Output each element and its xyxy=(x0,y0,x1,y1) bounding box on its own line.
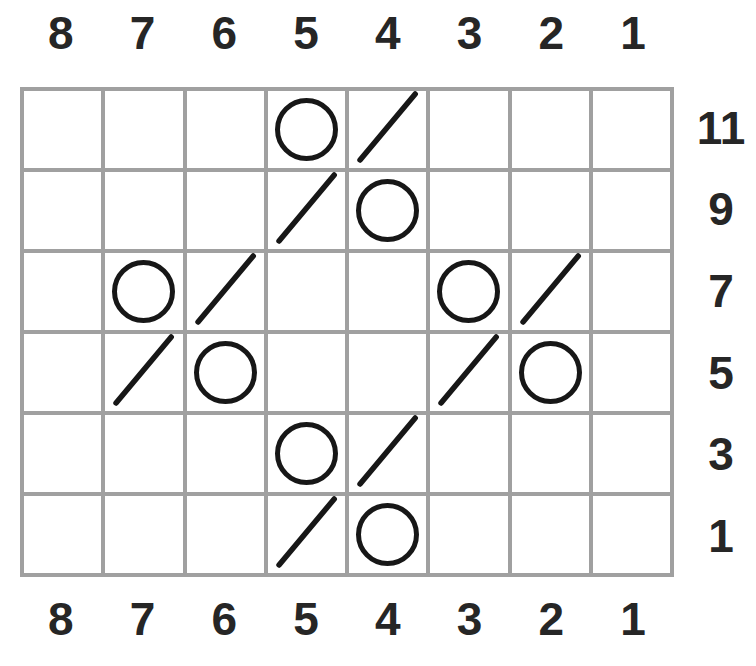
cell-r9-c7 xyxy=(105,172,182,249)
top-label-col4: 4 xyxy=(347,2,429,64)
cell-r9-c4 xyxy=(349,172,426,249)
yarn-over-symbol xyxy=(437,260,500,323)
cell-r5-c3 xyxy=(430,334,507,411)
k2tog-decrease-symbol xyxy=(349,91,426,168)
cell-r3-c2 xyxy=(512,415,589,492)
cell-r7-c7 xyxy=(105,253,182,330)
row-label-9: 9 xyxy=(690,169,752,251)
row-label-5: 5 xyxy=(690,332,752,414)
row-label-11: 11 xyxy=(690,87,752,169)
cell-r7-c3 xyxy=(430,253,507,330)
k2tog-decrease-symbol xyxy=(349,415,426,492)
cell-r11-c2 xyxy=(512,91,589,168)
cell-r3-c1 xyxy=(593,415,670,492)
chart-board xyxy=(20,87,674,577)
cell-r1-c2 xyxy=(512,496,589,573)
row-label-7: 7 xyxy=(690,250,752,332)
cell-r1-c8 xyxy=(24,496,101,573)
column-labels-bottom: 8 7 6 5 4 3 2 1 xyxy=(20,584,674,654)
cell-r11-c1 xyxy=(593,91,670,168)
cell-r9-c1 xyxy=(593,172,670,249)
top-label-col3: 3 xyxy=(429,2,511,64)
yarn-over-symbol xyxy=(519,341,582,404)
cell-r1-c1 xyxy=(593,496,670,573)
cell-r11-c5 xyxy=(268,91,345,168)
cell-r9-c3 xyxy=(430,172,507,249)
knitting-chart-page: 8 7 6 5 4 3 2 1 11 9 7 5 3 1 8 7 6 5 4 3… xyxy=(0,0,756,666)
cell-r11-c6 xyxy=(187,91,264,168)
cell-r5-c5 xyxy=(268,334,345,411)
yarn-over-symbol xyxy=(275,422,338,485)
cell-r9-c6 xyxy=(187,172,264,249)
cell-r7-c6 xyxy=(187,253,264,330)
top-label-col1: 1 xyxy=(592,2,674,64)
cell-r7-c1 xyxy=(593,253,670,330)
cell-r7-c2 xyxy=(512,253,589,330)
cell-r5-c6 xyxy=(187,334,264,411)
cell-r11-c3 xyxy=(430,91,507,168)
top-label-col6: 6 xyxy=(184,2,266,64)
yarn-over-symbol xyxy=(275,98,338,161)
yarn-over-symbol xyxy=(112,260,175,323)
cell-r9-c8 xyxy=(24,172,101,249)
cell-r3-c6 xyxy=(187,415,264,492)
cell-r1-c4 xyxy=(349,496,426,573)
cell-r3-c3 xyxy=(430,415,507,492)
k2tog-decrease-symbol xyxy=(512,253,589,330)
cell-r3-c5 xyxy=(268,415,345,492)
cell-r5-c1 xyxy=(593,334,670,411)
cell-r9-c5 xyxy=(268,172,345,249)
bottom-label-col5: 5 xyxy=(265,584,347,654)
cell-r5-c8 xyxy=(24,334,101,411)
cell-r5-c4 xyxy=(349,334,426,411)
cell-r1-c5 xyxy=(268,496,345,573)
cell-r3-c7 xyxy=(105,415,182,492)
cell-r1-c7 xyxy=(105,496,182,573)
cell-r5-c7 xyxy=(105,334,182,411)
yarn-over-symbol xyxy=(194,341,257,404)
bottom-label-col7: 7 xyxy=(102,584,184,654)
top-label-col2: 2 xyxy=(511,2,593,64)
cell-r3-c8 xyxy=(24,415,101,492)
top-label-col5: 5 xyxy=(265,2,347,64)
column-labels-top: 8 7 6 5 4 3 2 1 xyxy=(20,2,674,64)
cell-r5-c2 xyxy=(512,334,589,411)
row-label-1: 1 xyxy=(690,495,752,577)
cell-r7-c5 xyxy=(268,253,345,330)
row-label-3: 3 xyxy=(690,414,752,496)
top-label-col7: 7 xyxy=(102,2,184,64)
cell-r7-c8 xyxy=(24,253,101,330)
bottom-label-col3: 3 xyxy=(429,584,511,654)
cell-r11-c4 xyxy=(349,91,426,168)
k2tog-decrease-symbol xyxy=(430,334,507,411)
cell-r11-c8 xyxy=(24,91,101,168)
row-labels-right: 11 9 7 5 3 1 xyxy=(690,87,752,577)
k2tog-decrease-symbol xyxy=(268,496,345,573)
bottom-label-col2: 2 xyxy=(511,584,593,654)
cell-r1-c3 xyxy=(430,496,507,573)
k2tog-decrease-symbol xyxy=(187,253,264,330)
bottom-label-col1: 1 xyxy=(592,584,674,654)
k2tog-decrease-symbol xyxy=(105,334,182,411)
top-label-col8: 8 xyxy=(20,2,102,64)
cell-r9-c2 xyxy=(512,172,589,249)
bottom-label-col6: 6 xyxy=(184,584,266,654)
cell-r11-c7 xyxy=(105,91,182,168)
bottom-label-col4: 4 xyxy=(347,584,429,654)
cell-r3-c4 xyxy=(349,415,426,492)
cell-r1-c6 xyxy=(187,496,264,573)
yarn-over-symbol xyxy=(356,503,419,566)
cell-r7-c4 xyxy=(349,253,426,330)
k2tog-decrease-symbol xyxy=(268,172,345,249)
bottom-label-col8: 8 xyxy=(20,584,102,654)
yarn-over-symbol xyxy=(356,179,419,242)
